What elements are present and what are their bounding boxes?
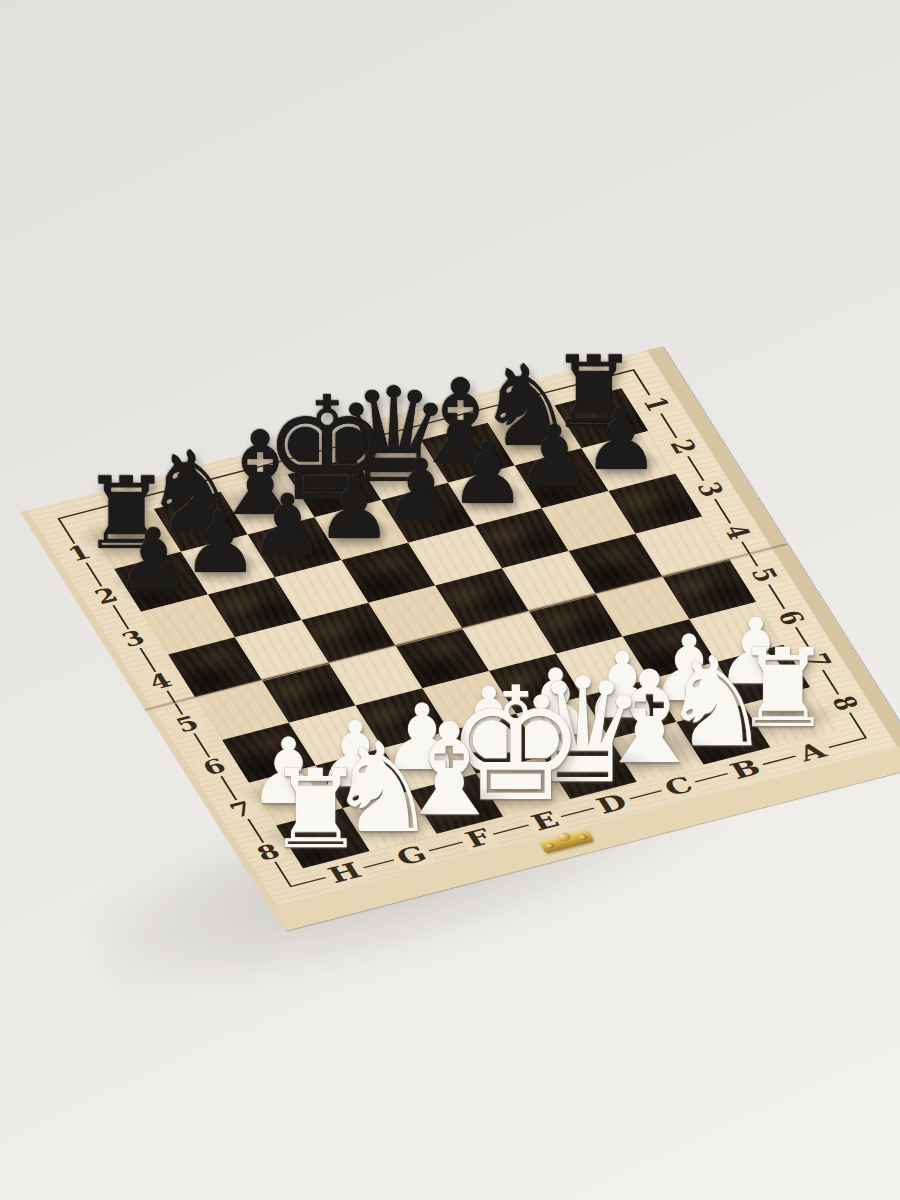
brass-latch-knob: [556, 831, 573, 842]
studio-backdrop: 1122334455667788HGFEDCBA ♜♞♝♚♛♝♞♜♟♟♟♟♟♟♟…: [0, 0, 900, 1200]
